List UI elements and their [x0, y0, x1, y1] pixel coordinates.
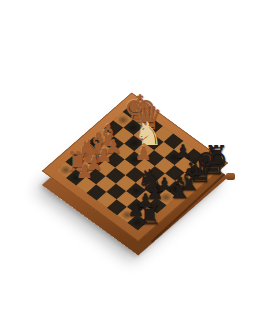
chess-set-photo: ♜♚♛♟♚♞♛♟♝♝♟♟♝♝♟♞♟♞♟♟♜♟♟♜ — [0, 0, 270, 320]
board-box: ♜♚♛♟♚♞♛♟♝♝♟♟♝♝♟♞♟♞♟♟♜♟♟♜ — [42, 92, 228, 241]
